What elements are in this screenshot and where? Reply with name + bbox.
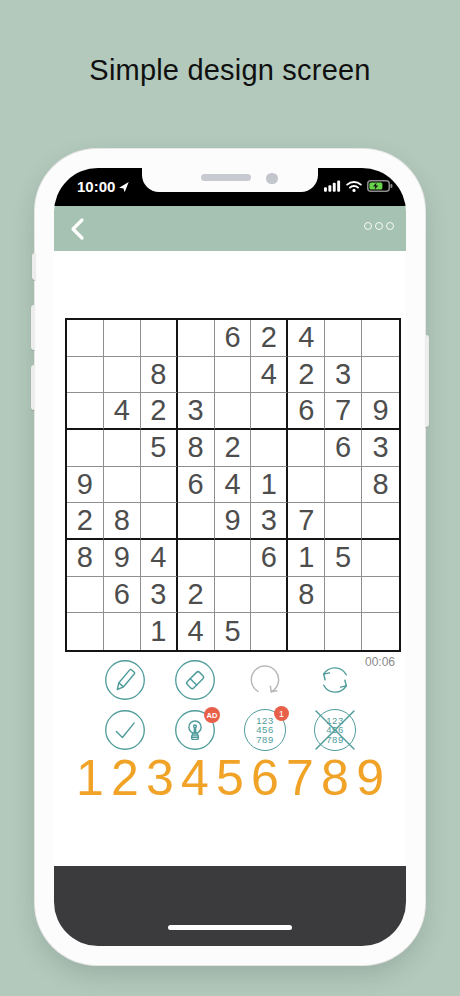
sudoku-cell[interactable] (141, 320, 178, 357)
sudoku-cell[interactable]: 6 (178, 467, 215, 504)
circle-dot-icon (386, 222, 394, 230)
sudoku-cell[interactable] (251, 393, 288, 430)
sudoku-cell[interactable]: 8 (104, 503, 141, 540)
sudoku-cell[interactable] (215, 577, 252, 614)
undo-button[interactable] (244, 659, 286, 701)
sudoku-cell[interactable]: 3 (251, 503, 288, 540)
numpad-digit[interactable]: 8 (321, 752, 349, 804)
phone-frame: 10:00 (35, 149, 425, 965)
circle-dot-icon (375, 222, 383, 230)
sudoku-cell[interactable] (215, 357, 252, 394)
power-button (425, 335, 429, 427)
chevron-left-icon (67, 216, 89, 242)
sudoku-cell[interactable] (288, 613, 325, 650)
numpad-digit[interactable]: 3 (146, 752, 174, 804)
numpad-digit[interactable]: 5 (216, 752, 244, 804)
sudoku-cell[interactable]: 3 (141, 577, 178, 614)
sudoku-cell[interactable]: 1 (251, 467, 288, 504)
sudoku-cell[interactable]: 1 (288, 540, 325, 577)
sudoku-cell[interactable] (362, 357, 399, 394)
status-time: 10:00 (77, 178, 115, 195)
sudoku-cell[interactable] (288, 467, 325, 504)
sudoku-cell[interactable]: 3 (362, 430, 399, 467)
volume-down-button (31, 365, 35, 410)
notch (142, 168, 318, 192)
sudoku-cell[interactable] (67, 430, 104, 467)
cross-out-icon (311, 706, 359, 754)
circle-dot-icon (364, 222, 372, 230)
numpad-digit[interactable]: 6 (251, 752, 279, 804)
eraser-icon (174, 659, 216, 701)
number-pad: 123456789 (76, 752, 384, 804)
sudoku-cell[interactable]: 6 (104, 577, 141, 614)
sudoku-cell[interactable]: 7 (325, 393, 362, 430)
nav-bar (54, 206, 406, 251)
game-area: 6248423423679582639641828937894615632814… (54, 251, 406, 866)
sudoku-cell[interactable] (251, 430, 288, 467)
pencil-button[interactable] (104, 659, 146, 701)
sudoku-cell[interactable]: 8 (141, 357, 178, 394)
sudoku-board: 6248423423679582639641828937894615632814… (65, 318, 401, 652)
sudoku-cell[interactable] (325, 613, 362, 650)
sudoku-cell[interactable] (104, 357, 141, 394)
sudoku-cell[interactable]: 9 (362, 393, 399, 430)
check-button[interactable] (104, 709, 146, 751)
hint-button[interactable]: AD (174, 709, 216, 751)
sudoku-cell[interactable] (251, 577, 288, 614)
sudoku-cell[interactable] (178, 540, 215, 577)
sudoku-cell[interactable]: 6 (288, 393, 325, 430)
sudoku-cell[interactable] (362, 613, 399, 650)
sudoku-cell[interactable] (141, 503, 178, 540)
more-menu-button[interactable] (364, 222, 394, 230)
sudoku-cell[interactable] (288, 430, 325, 467)
sudoku-cell[interactable] (178, 357, 215, 394)
restart-icon (314, 659, 356, 701)
sudoku-cell[interactable] (325, 503, 362, 540)
sudoku-cell[interactable] (251, 613, 288, 650)
sudoku-cell[interactable]: 5 (141, 430, 178, 467)
sudoku-cell[interactable] (104, 430, 141, 467)
sudoku-cell[interactable]: 7 (288, 503, 325, 540)
sudoku-cell[interactable] (67, 393, 104, 430)
memo-clear-button[interactable]: 123 456 789 (314, 709, 356, 751)
front-camera (266, 173, 278, 185)
sudoku-cell[interactable]: 4 (288, 320, 325, 357)
memo-count-badge: 1 (274, 706, 289, 721)
sudoku-cell[interactable]: 3 (325, 357, 362, 394)
location-arrow-icon (118, 181, 130, 193)
sudoku-cell[interactable] (67, 577, 104, 614)
sudoku-cell[interactable]: 2 (178, 577, 215, 614)
sudoku-cell[interactable]: 8 (67, 540, 104, 577)
phone-screen: 10:00 (54, 168, 406, 946)
numpad-digit[interactable]: 7 (286, 752, 314, 804)
numpad-digit[interactable]: 9 (356, 752, 384, 804)
sudoku-cell[interactable] (104, 467, 141, 504)
sudoku-cell[interactable] (178, 320, 215, 357)
speaker-grille (201, 174, 251, 181)
cellular-signal-icon (324, 180, 341, 192)
eraser-button[interactable] (174, 659, 216, 701)
page-title: Simple design screen (0, 54, 460, 87)
restart-button[interactable] (314, 659, 356, 701)
sudoku-cell[interactable]: 8 (288, 577, 325, 614)
sudoku-cell[interactable]: 2 (251, 320, 288, 357)
sudoku-cell[interactable] (67, 357, 104, 394)
sudoku-cell[interactable]: 2 (215, 430, 252, 467)
sudoku-cell[interactable]: 2 (141, 393, 178, 430)
sudoku-cell[interactable]: 4 (104, 393, 141, 430)
sudoku-cell[interactable] (362, 320, 399, 357)
memo-button[interactable]: 123 456 789 1 (244, 709, 286, 751)
sudoku-cell[interactable]: 2 (67, 503, 104, 540)
home-indicator[interactable] (168, 925, 292, 930)
sudoku-cell[interactable]: 9 (215, 503, 252, 540)
sudoku-cell[interactable]: 4 (251, 357, 288, 394)
wifi-icon (346, 180, 362, 192)
sudoku-cell[interactable] (215, 540, 252, 577)
sudoku-cell[interactable] (362, 577, 399, 614)
sudoku-cell[interactable]: 6 (251, 540, 288, 577)
numpad-digit[interactable]: 2 (111, 752, 139, 804)
sudoku-cell[interactable] (362, 540, 399, 577)
back-button[interactable] (64, 215, 92, 243)
battery-charging-icon (367, 180, 393, 192)
check-icon (104, 709, 146, 751)
sudoku-cell[interactable] (362, 503, 399, 540)
sudoku-cell[interactable]: 8 (362, 467, 399, 504)
sudoku-cell[interactable] (141, 467, 178, 504)
sudoku-cell[interactable]: 5 (215, 613, 252, 650)
sudoku-cell[interactable]: 3 (178, 393, 215, 430)
sudoku-cell[interactable] (67, 320, 104, 357)
numpad-digit[interactable]: 4 (181, 752, 209, 804)
volume-up-button (31, 305, 35, 350)
sudoku-cell[interactable]: 4 (141, 540, 178, 577)
sudoku-cell[interactable] (67, 613, 104, 650)
sudoku-cell[interactable]: 8 (178, 430, 215, 467)
sudoku-cell[interactable]: 1 (141, 613, 178, 650)
sudoku-cell[interactable] (178, 503, 215, 540)
sudoku-cell[interactable]: 4 (215, 467, 252, 504)
sudoku-cell[interactable] (325, 320, 362, 357)
sudoku-cell[interactable]: 9 (104, 540, 141, 577)
sudoku-cell[interactable] (325, 467, 362, 504)
mute-switch (32, 253, 36, 280)
sudoku-cell[interactable] (325, 577, 362, 614)
hint-ad-badge: AD (204, 707, 220, 723)
sudoku-cell[interactable]: 6 (325, 430, 362, 467)
sudoku-cell[interactable]: 4 (178, 613, 215, 650)
sudoku-cell[interactable]: 2 (288, 357, 325, 394)
pencil-icon (104, 659, 146, 701)
sudoku-cell[interactable] (104, 613, 141, 650)
sudoku-cell[interactable] (104, 320, 141, 357)
undo-icon (244, 659, 286, 701)
bottom-bar (54, 866, 406, 946)
numpad-digit[interactable]: 1 (76, 752, 104, 804)
memo-numbers-icon: 123 456 789 (256, 716, 274, 745)
sudoku-cell[interactable]: 6 (215, 320, 252, 357)
sudoku-cell[interactable]: 5 (325, 540, 362, 577)
status-bar: 10:00 (54, 168, 406, 206)
sudoku-cell[interactable]: 9 (67, 467, 104, 504)
sudoku-cell[interactable] (215, 393, 252, 430)
